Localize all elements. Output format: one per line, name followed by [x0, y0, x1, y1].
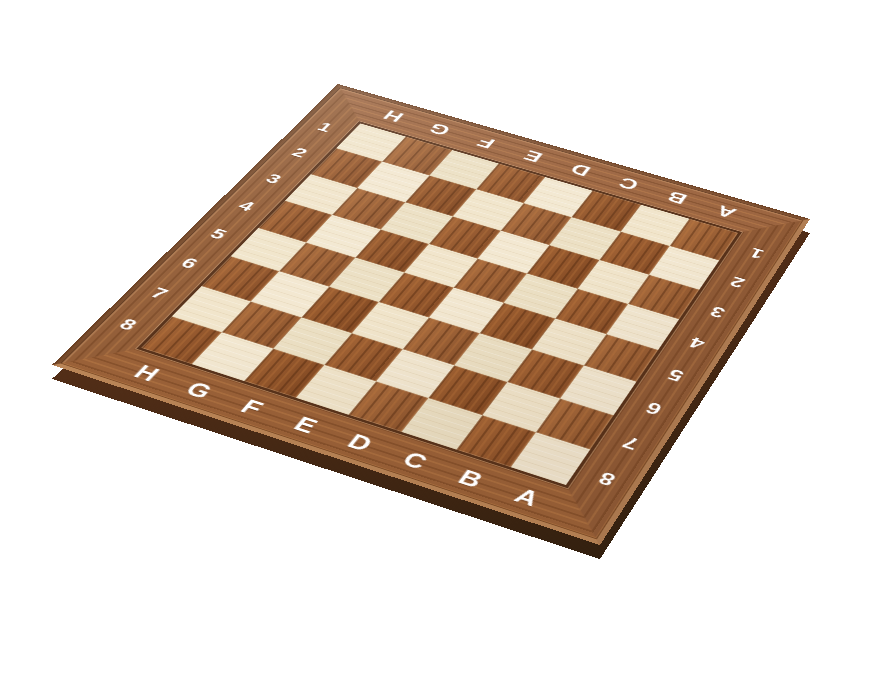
product-photo-canvas: HH11GG22FF33EE44DD55CC66BB77AA88 [0, 0, 880, 680]
chess-board: HH11GG22FF33EE44DD55CC66BB77AA88 [52, 84, 810, 545]
